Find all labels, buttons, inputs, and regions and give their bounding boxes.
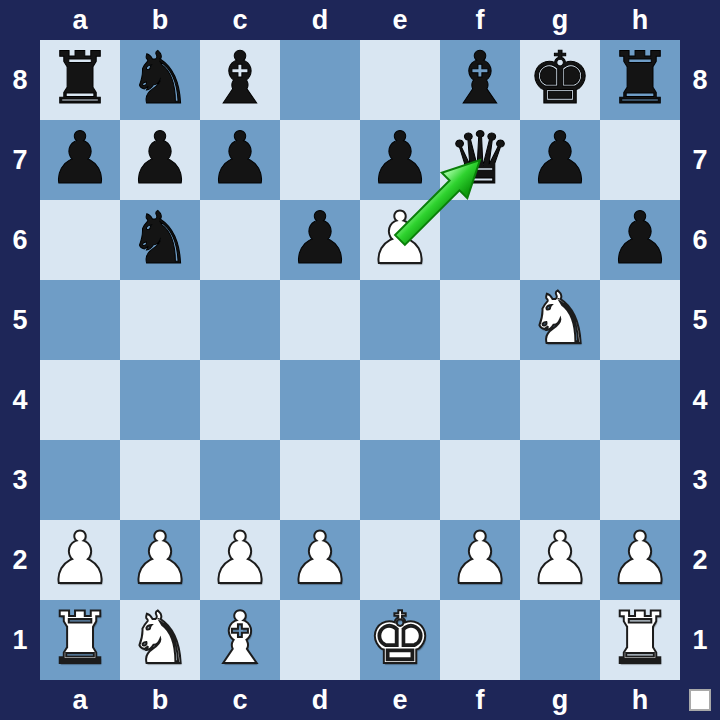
file-label-f: f <box>440 0 520 40</box>
file-label-b: b <box>120 680 200 720</box>
square-d7[interactable] <box>280 120 360 200</box>
piece-white-rook-h1[interactable]: ♜ <box>608 602 673 674</box>
square-f5[interactable] <box>440 280 520 360</box>
rank-label-4: 4 <box>0 360 40 440</box>
piece-black-pawn-g7[interactable]: ♟ <box>528 122 593 194</box>
square-g6[interactable] <box>520 200 600 280</box>
square-a4[interactable] <box>40 360 120 440</box>
square-c7[interactable]: ♟ <box>200 120 280 200</box>
rank-label-5: 5 <box>0 280 40 360</box>
square-b8[interactable]: ♞ <box>120 40 200 120</box>
square-d3[interactable] <box>280 440 360 520</box>
piece-black-knight-b6[interactable]: ♞ <box>128 202 193 274</box>
square-a7[interactable]: ♟ <box>40 120 120 200</box>
rank-label-7: 7 <box>0 120 40 200</box>
file-label-e: e <box>360 680 440 720</box>
square-b7[interactable]: ♟ <box>120 120 200 200</box>
piece-white-pawn-g2[interactable]: ♟ <box>528 522 593 594</box>
piece-white-knight-g5[interactable]: ♞ <box>528 282 593 354</box>
rank-label-1: 1 <box>0 600 40 680</box>
piece-white-pawn-h2[interactable]: ♟ <box>608 522 673 594</box>
square-g7[interactable]: ♟ <box>520 120 600 200</box>
square-b3[interactable] <box>120 440 200 520</box>
rank-label-6: 6 <box>680 200 720 280</box>
piece-white-pawn-a2[interactable]: ♟ <box>48 522 113 594</box>
piece-white-bishop-c1[interactable]: ♝ <box>208 602 273 674</box>
rank-label-8: 8 <box>0 40 40 120</box>
square-f1[interactable] <box>440 600 520 680</box>
rank-label-3: 3 <box>0 440 40 520</box>
square-a3[interactable] <box>40 440 120 520</box>
square-e7[interactable]: ♟ <box>360 120 440 200</box>
file-label-h: h <box>600 0 680 40</box>
side-to-move-indicator <box>689 689 711 711</box>
piece-black-pawn-b7[interactable]: ♟ <box>128 122 193 194</box>
piece-black-pawn-e7[interactable]: ♟ <box>368 122 433 194</box>
square-d6[interactable]: ♟ <box>280 200 360 280</box>
rank-label-8: 8 <box>680 40 720 120</box>
piece-black-rook-a8[interactable]: ♜ <box>48 42 113 114</box>
square-c6[interactable] <box>200 200 280 280</box>
square-h1[interactable]: ♜ <box>600 600 680 680</box>
piece-white-pawn-e6[interactable]: ♟ <box>368 202 433 274</box>
square-d2[interactable]: ♟ <box>280 520 360 600</box>
piece-black-pawn-a7[interactable]: ♟ <box>48 122 113 194</box>
square-f8[interactable]: ♝ <box>440 40 520 120</box>
square-f6[interactable] <box>440 200 520 280</box>
piece-white-king-e1[interactable]: ♚ <box>368 602 433 674</box>
piece-black-pawn-c7[interactable]: ♟ <box>208 122 273 194</box>
piece-black-pawn-h6[interactable]: ♟ <box>608 202 673 274</box>
square-c2[interactable]: ♟ <box>200 520 280 600</box>
rank-label-7: 7 <box>680 120 720 200</box>
square-a8[interactable]: ♜ <box>40 40 120 120</box>
square-c5[interactable] <box>200 280 280 360</box>
file-label-d: d <box>280 0 360 40</box>
piece-black-bishop-c8[interactable]: ♝ <box>208 42 273 114</box>
square-e6[interactable]: ♟ <box>360 200 440 280</box>
file-label-a: a <box>40 680 120 720</box>
square-g1[interactable] <box>520 600 600 680</box>
square-g2[interactable]: ♟ <box>520 520 600 600</box>
rank-label-5: 5 <box>680 280 720 360</box>
file-label-e: e <box>360 0 440 40</box>
file-labels-top: abcdefgh <box>40 0 680 40</box>
square-b5[interactable] <box>120 280 200 360</box>
square-h5[interactable] <box>600 280 680 360</box>
square-f4[interactable] <box>440 360 520 440</box>
square-e3[interactable] <box>360 440 440 520</box>
square-f7[interactable]: ♛ <box>440 120 520 200</box>
square-e4[interactable] <box>360 360 440 440</box>
file-label-f: f <box>440 680 520 720</box>
square-g5[interactable]: ♞ <box>520 280 600 360</box>
square-f3[interactable] <box>440 440 520 520</box>
piece-white-knight-b1[interactable]: ♞ <box>128 602 193 674</box>
square-g4[interactable] <box>520 360 600 440</box>
square-a2[interactable]: ♟ <box>40 520 120 600</box>
rank-labels-right: 87654321 <box>680 40 720 680</box>
rank-label-2: 2 <box>0 520 40 600</box>
file-label-a: a <box>40 0 120 40</box>
square-d1[interactable] <box>280 600 360 680</box>
square-h8[interactable]: ♜ <box>600 40 680 120</box>
square-e5[interactable] <box>360 280 440 360</box>
square-b6[interactable]: ♞ <box>120 200 200 280</box>
square-d8[interactable] <box>280 40 360 120</box>
square-b1[interactable]: ♞ <box>120 600 200 680</box>
square-a1[interactable]: ♜ <box>40 600 120 680</box>
piece-white-pawn-c2[interactable]: ♟ <box>208 522 273 594</box>
piece-black-king-g8[interactable]: ♚ <box>528 42 593 114</box>
rank-label-1: 1 <box>680 600 720 680</box>
square-d4[interactable] <box>280 360 360 440</box>
rank-labels-left: 87654321 <box>0 40 40 680</box>
rank-label-3: 3 <box>680 440 720 520</box>
piece-black-knight-b8[interactable]: ♞ <box>128 42 193 114</box>
square-d5[interactable] <box>280 280 360 360</box>
square-h3[interactable] <box>600 440 680 520</box>
file-label-c: c <box>200 0 280 40</box>
rank-label-4: 4 <box>680 360 720 440</box>
square-g3[interactable] <box>520 440 600 520</box>
piece-white-rook-a1[interactable]: ♜ <box>48 602 113 674</box>
file-label-h: h <box>600 680 680 720</box>
chess-board: ♜♞♝♝♚♜♟♟♟♟♛♟♞♟♟♟♞♟♟♟♟♟♟♟♜♞♝♚♜ <box>40 40 680 680</box>
piece-black-queen-f7[interactable]: ♛ <box>448 122 513 194</box>
piece-white-pawn-f2[interactable]: ♟ <box>448 522 513 594</box>
square-a6[interactable] <box>40 200 120 280</box>
file-label-b: b <box>120 0 200 40</box>
square-c1[interactable]: ♝ <box>200 600 280 680</box>
piece-white-pawn-b2[interactable]: ♟ <box>128 522 193 594</box>
file-label-c: c <box>200 680 280 720</box>
square-e8[interactable] <box>360 40 440 120</box>
square-b4[interactable] <box>120 360 200 440</box>
chess-app-frame: abcdefgh abcdefgh 87654321 87654321 ♜♞♝♝… <box>0 0 720 720</box>
square-e2[interactable] <box>360 520 440 600</box>
rank-label-2: 2 <box>680 520 720 600</box>
square-c3[interactable] <box>200 440 280 520</box>
square-b2[interactable]: ♟ <box>120 520 200 600</box>
square-e1[interactable]: ♚ <box>360 600 440 680</box>
square-a5[interactable] <box>40 280 120 360</box>
piece-black-bishop-f8[interactable]: ♝ <box>448 42 513 114</box>
square-c4[interactable] <box>200 360 280 440</box>
piece-white-pawn-d2[interactable]: ♟ <box>288 522 353 594</box>
file-labels-bottom: abcdefgh <box>40 680 680 720</box>
file-label-g: g <box>520 0 600 40</box>
square-g8[interactable]: ♚ <box>520 40 600 120</box>
file-label-g: g <box>520 680 600 720</box>
square-h6[interactable]: ♟ <box>600 200 680 280</box>
square-c8[interactable]: ♝ <box>200 40 280 120</box>
square-h4[interactable] <box>600 360 680 440</box>
file-label-d: d <box>280 680 360 720</box>
square-h7[interactable] <box>600 120 680 200</box>
rank-label-6: 6 <box>0 200 40 280</box>
square-f2[interactable]: ♟ <box>440 520 520 600</box>
piece-black-rook-h8[interactable]: ♜ <box>608 42 673 114</box>
piece-black-pawn-d6[interactable]: ♟ <box>288 202 353 274</box>
square-h2[interactable]: ♟ <box>600 520 680 600</box>
